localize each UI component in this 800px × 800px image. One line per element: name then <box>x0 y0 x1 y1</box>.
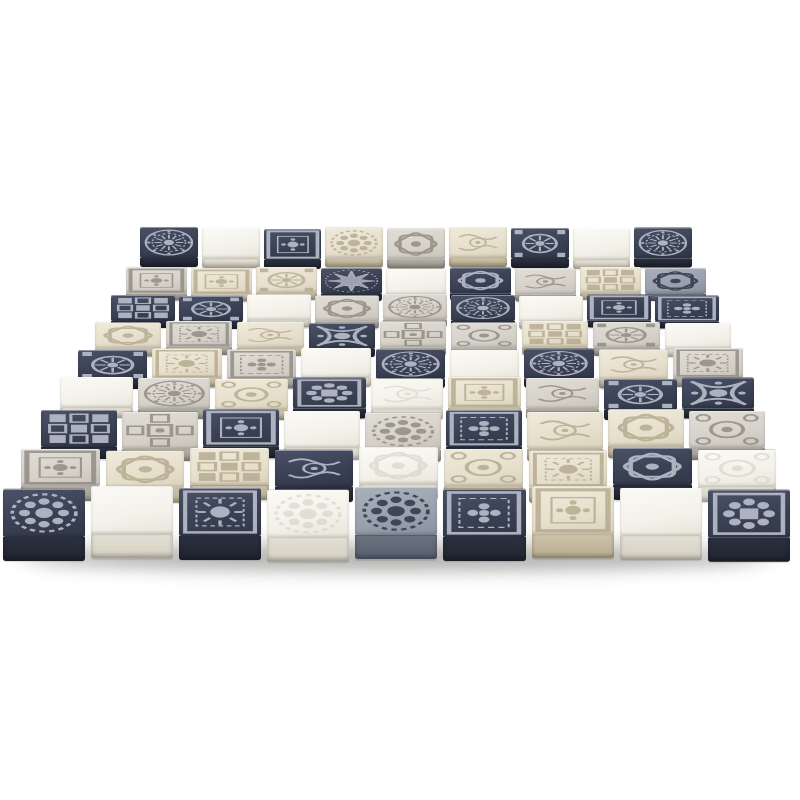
greek-ornament-icon <box>446 410 522 447</box>
tile-r9c2-W-plain <box>91 486 173 558</box>
tile-front-edge <box>449 258 507 267</box>
plain-ornament-icon <box>284 411 360 448</box>
knot-ornament-icon <box>387 229 445 260</box>
tile-r1c4-C-rosette <box>325 228 383 268</box>
cross-ornament-icon <box>122 412 198 449</box>
tile-face <box>665 323 731 349</box>
mandala-ornament-icon <box>140 227 198 258</box>
circles-ornament-icon <box>451 323 517 349</box>
tile-face <box>673 348 742 378</box>
board-row-9 <box>3 488 790 560</box>
frame-ornament-icon <box>448 377 521 408</box>
tile-face <box>60 377 133 408</box>
tile-face <box>166 321 232 347</box>
mandala-ornament-icon <box>451 295 515 321</box>
tile-face <box>91 486 173 534</box>
tile-face <box>451 323 517 349</box>
tile-face <box>524 349 593 379</box>
tile-face <box>325 228 383 259</box>
tile-face <box>383 294 447 320</box>
tile-face <box>380 322 446 348</box>
wheel-ornament-icon <box>604 379 677 410</box>
tile-r9c8-W-plain <box>620 488 702 560</box>
sun-ornament-icon <box>179 488 261 536</box>
plain-ornament-icon <box>301 348 370 378</box>
tile-r9c3-N-sun <box>179 488 261 560</box>
tile-face <box>371 379 444 410</box>
tile-face <box>593 322 659 348</box>
arabesque-ornament-icon <box>237 322 303 348</box>
grid-ornament-icon <box>111 295 175 321</box>
tile-front-edge <box>140 258 198 267</box>
tile-face <box>122 412 198 449</box>
tile-face <box>376 349 445 379</box>
arabesque-ornament-icon <box>526 378 599 409</box>
tile-face <box>580 267 641 293</box>
tile-face <box>237 322 303 348</box>
frame-ornament-icon <box>126 268 187 294</box>
arabesque-ornament-icon <box>275 450 354 487</box>
arabesque-ornament-icon <box>599 350 668 380</box>
tile-face <box>519 296 583 322</box>
tile-face <box>301 348 370 378</box>
tile-face <box>275 450 354 487</box>
tile-face <box>443 489 525 537</box>
tile-front-edge <box>443 537 525 561</box>
tile-face <box>140 227 198 258</box>
tile-r9c4-W-rosette <box>267 490 349 562</box>
tile-face <box>111 295 175 321</box>
tile-face <box>95 323 161 349</box>
tile-face <box>256 267 317 293</box>
tile-face <box>532 486 614 534</box>
knot-ornament-icon <box>613 448 692 485</box>
mandala-ornament-icon <box>524 349 593 379</box>
tile-face <box>152 349 221 379</box>
tile-front-edge <box>267 538 349 562</box>
plain-ornament-icon <box>573 229 631 260</box>
tile-face <box>126 268 187 294</box>
grid-ornament-icon <box>522 321 588 347</box>
tile-face <box>587 295 651 321</box>
arabesque-ornament-icon <box>371 379 444 410</box>
tile-front-edge <box>620 536 702 560</box>
tile-face <box>511 228 569 259</box>
tile-face <box>613 448 692 485</box>
wheel-ornament-icon <box>256 267 317 293</box>
sun-ornament-icon <box>152 349 221 379</box>
knot-ornament-icon <box>106 451 185 488</box>
tile-face <box>3 489 85 537</box>
tile-r9c9-N-dots <box>708 490 790 562</box>
tile-face <box>215 379 288 410</box>
tile-face <box>449 227 507 258</box>
rosette-ornament-icon <box>3 489 85 537</box>
tile-face <box>451 295 515 321</box>
tile-face <box>526 378 599 409</box>
mandala-ornament-icon <box>138 378 211 409</box>
tile-face <box>446 410 522 447</box>
plain-ornament-icon <box>91 486 173 534</box>
knot-ornament-icon <box>645 268 706 294</box>
tile-face <box>698 450 777 487</box>
grid-ornament-icon <box>190 448 269 485</box>
tile-r1c6-C-arabesque <box>449 227 507 267</box>
tile-face <box>604 379 677 410</box>
tile-face <box>620 488 702 536</box>
plain-ornament-icon <box>202 228 260 259</box>
rosette-ornament-icon <box>355 487 437 535</box>
tile-r1c1-N-mandala <box>140 227 198 267</box>
rosette-ornament-icon <box>325 228 383 259</box>
tile-face <box>608 409 684 446</box>
rosette-ornament-icon <box>267 490 349 538</box>
tile-face <box>682 378 755 409</box>
mosaic-product-photo <box>0 0 800 800</box>
tile-face <box>444 449 523 486</box>
board-row-1 <box>140 228 692 268</box>
tile-r1c5-S-knot <box>387 229 445 269</box>
tile-face <box>655 296 719 322</box>
frame-ornament-icon <box>203 409 279 446</box>
tile-front-edge <box>634 259 692 268</box>
arabesque-ornament-icon <box>527 412 603 449</box>
arabesque-ornament-icon <box>449 227 507 258</box>
tile-face <box>21 449 100 486</box>
tile-face <box>634 228 692 259</box>
sun-ornament-icon <box>673 348 742 378</box>
tile-face <box>450 268 511 294</box>
knot-ornament-icon <box>608 409 684 446</box>
tile-face <box>267 490 349 538</box>
tile-face <box>527 412 603 449</box>
tile-face <box>355 487 437 535</box>
wheel-ornament-icon <box>78 350 147 380</box>
tile-face <box>138 378 211 409</box>
cross-ornament-icon <box>380 322 446 348</box>
frame-ornament-icon <box>587 295 651 321</box>
tile-face <box>264 229 322 260</box>
tile-front-edge <box>179 536 261 560</box>
knot-ornament-icon <box>450 268 511 294</box>
circles-ornament-icon <box>444 449 523 486</box>
tile-face <box>179 296 243 322</box>
tile-face <box>247 295 311 321</box>
tile-face <box>387 229 445 260</box>
tile-r9c1-N-rosette <box>3 489 85 561</box>
tile-face <box>321 268 382 294</box>
wheel-ornament-icon <box>179 296 243 322</box>
tile-face <box>41 410 117 447</box>
sun-ornament-icon <box>529 451 608 488</box>
tile-front-edge <box>532 534 614 558</box>
greek-ornament-icon <box>655 296 719 322</box>
greek-ornament-icon <box>227 350 296 380</box>
tile-r9c7-C-frame <box>532 486 614 558</box>
tile-face <box>309 323 375 349</box>
tile-r1c3-N-frame <box>264 229 322 269</box>
tile-front-edge <box>511 259 569 268</box>
plain-ornament-icon <box>386 269 447 295</box>
tile-face <box>227 350 296 380</box>
circles-ornament-icon <box>215 379 288 410</box>
tile-face <box>203 409 279 446</box>
tile-front-edge <box>708 538 790 562</box>
tile-face <box>202 228 260 259</box>
grid-ornament-icon <box>580 267 641 293</box>
tile-face <box>529 451 608 488</box>
arabesque-ornament-icon <box>515 269 576 295</box>
tile-face <box>386 269 447 295</box>
plain-ornament-icon <box>247 295 311 321</box>
tile-r1c9-N-mandala <box>634 228 692 268</box>
tile-face <box>293 378 366 409</box>
sun-ornament-icon <box>166 321 232 347</box>
circles-ornament-icon <box>689 411 765 448</box>
dots-ornament-icon <box>293 378 366 409</box>
circles-ornament-icon <box>698 450 777 487</box>
tile-face <box>689 411 765 448</box>
tile-front-edge <box>355 535 437 559</box>
tile-face <box>190 448 269 485</box>
eye-ornament-icon <box>682 378 755 409</box>
tile-face <box>78 350 147 380</box>
wheel-ornament-icon <box>511 228 569 259</box>
plain-ornament-icon <box>665 323 731 349</box>
tile-front-edge <box>3 537 85 561</box>
tile-face <box>179 488 261 536</box>
tile-face <box>708 490 790 538</box>
tile-face <box>359 447 438 484</box>
eye-ornament-icon <box>309 323 375 349</box>
mandala-ornament-icon <box>376 349 445 379</box>
plain-ornament-icon <box>60 377 133 408</box>
tile-face <box>284 411 360 448</box>
knot-ornament-icon <box>359 447 438 484</box>
tile-r9c6-N-greek <box>443 489 525 561</box>
tile-face <box>522 321 588 347</box>
tile-face <box>315 296 379 322</box>
plain-ornament-icon <box>450 350 519 380</box>
tile-face <box>645 268 706 294</box>
grid-ornament-icon <box>41 410 117 447</box>
frame-ornament-icon <box>264 229 322 260</box>
wheel-ornament-icon <box>593 322 659 348</box>
tile-front-edge <box>325 259 383 268</box>
knot-ornament-icon <box>315 296 379 322</box>
frame-ornament-icon <box>21 449 100 486</box>
dots-ornament-icon <box>708 490 790 538</box>
knot-ornament-icon <box>95 323 161 349</box>
plain-ornament-icon <box>620 488 702 536</box>
tile-r1c8-W-plain <box>573 229 631 269</box>
mandala-ornament-icon <box>383 294 447 320</box>
tile-face <box>599 350 668 380</box>
tile-front-edge <box>91 534 173 558</box>
plain-ornament-icon <box>519 296 583 322</box>
rosette-ornament-icon <box>365 413 441 450</box>
tile-r1c2-W-plain <box>202 228 260 268</box>
frame-ornament-icon <box>532 486 614 534</box>
tile-face <box>450 350 519 380</box>
tile-face <box>448 377 521 408</box>
tile-face <box>515 269 576 295</box>
tile-face <box>365 413 441 450</box>
tile-r9c5-G-rosette <box>355 487 437 559</box>
tile-r1c7-N-wheel <box>511 228 569 268</box>
greek-ornament-icon <box>443 489 525 537</box>
frame-ornament-icon <box>191 269 252 295</box>
tile-front-edge <box>202 259 260 268</box>
tile-face <box>573 229 631 260</box>
mandala-ornament-icon <box>634 228 692 259</box>
compass-ornament-icon <box>321 268 382 294</box>
tile-face <box>191 269 252 295</box>
tile-face <box>106 451 185 488</box>
